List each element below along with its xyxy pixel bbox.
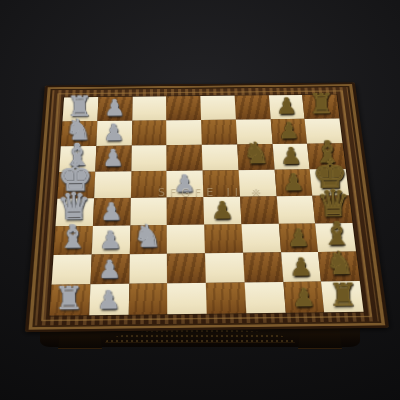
piece-white-knight-c3[interactable]: ♞ — [134, 221, 162, 253]
square-d7[interactable] — [276, 196, 315, 224]
square-c5[interactable] — [204, 224, 243, 253]
square-b7[interactable]: ♟ — [281, 252, 322, 282]
square-c7[interactable]: ♟ — [278, 223, 318, 252]
board-perspective-wrapper: ♜♟♟♜♞♟♟♝♟♞♟♝♚♟♟♚♛♟♟♛♝♟♞♟♝♟♟♞♜♟♟♜ — [0, 0, 400, 400]
square-e4[interactable]: ♟ — [167, 170, 204, 197]
square-f2[interactable]: ♟ — [95, 146, 131, 172]
square-g4[interactable] — [166, 120, 201, 145]
piece-white-pawn-a2[interactable]: ♟ — [97, 288, 120, 314]
square-a5[interactable] — [206, 282, 246, 313]
piece-black-pawn-c7[interactable]: ♟ — [288, 226, 310, 251]
square-b4[interactable] — [167, 253, 206, 283]
piece-black-knight-b8[interactable]: ♞ — [326, 248, 355, 280]
piece-black-rook-a8[interactable]: ♜ — [329, 279, 357, 311]
square-h4[interactable] — [166, 96, 201, 120]
square-a1[interactable]: ♜ — [50, 284, 91, 315]
square-f5[interactable] — [202, 144, 239, 170]
piece-white-pawn-b2[interactable]: ♟ — [98, 257, 121, 282]
scene-background: ♜♟♟♜♞♟♟♝♟♞♟♝♚♟♟♚♛♟♟♛♝♟♞♟♝♟♟♞♜♟♟♜ SFGFE I… — [0, 0, 400, 400]
square-e7[interactable]: ♟ — [274, 169, 312, 196]
piece-white-pawn-d2[interactable]: ♟ — [100, 200, 122, 224]
square-c6[interactable] — [241, 224, 280, 253]
square-b2[interactable]: ♟ — [90, 254, 129, 284]
piece-black-pawn-g7[interactable]: ♟ — [279, 120, 300, 143]
piece-white-bishop-c1[interactable]: ♝ — [58, 221, 87, 254]
piece-white-rook-a1[interactable]: ♜ — [55, 282, 84, 314]
board-frame: ♜♟♟♜♞♟♟♝♟♞♟♝♚♟♟♚♛♟♟♛♝♟♞♟♝♟♟♞♜♟♟♜ — [25, 82, 389, 332]
piece-black-pawn-f7[interactable]: ♟ — [281, 145, 302, 169]
piece-white-pawn-e4[interactable]: ♟ — [174, 172, 196, 196]
piece-white-pawn-c2[interactable]: ♟ — [99, 228, 121, 253]
square-b3[interactable] — [129, 254, 168, 284]
square-g2[interactable]: ♟ — [96, 121, 132, 146]
square-f6[interactable]: ♞ — [237, 144, 274, 170]
square-a6[interactable] — [244, 282, 285, 313]
square-e6[interactable] — [238, 170, 276, 197]
square-f3[interactable] — [131, 145, 167, 171]
piece-white-pawn-f2[interactable]: ♟ — [102, 147, 123, 171]
square-h5[interactable] — [200, 96, 235, 120]
square-a3[interactable] — [128, 283, 167, 314]
square-c2[interactable]: ♟ — [91, 226, 129, 255]
square-e2[interactable] — [94, 171, 131, 198]
square-g7[interactable]: ♟ — [270, 119, 307, 144]
square-c1[interactable]: ♝ — [54, 226, 93, 255]
square-h8[interactable]: ♜ — [302, 95, 339, 119]
square-d6[interactable] — [240, 196, 279, 224]
piece-white-pawn-h2[interactable]: ♟ — [104, 97, 124, 120]
square-c4[interactable] — [167, 225, 205, 254]
piece-black-knight-f6[interactable]: ♞ — [243, 139, 270, 169]
square-a2[interactable]: ♟ — [89, 284, 129, 315]
square-d4[interactable] — [167, 197, 204, 225]
square-d5[interactable]: ♟ — [203, 197, 241, 225]
square-e3[interactable] — [130, 171, 166, 198]
square-b5[interactable] — [205, 253, 244, 283]
piece-black-pawn-e7[interactable]: ♟ — [283, 171, 305, 195]
square-h6[interactable] — [234, 95, 270, 119]
square-g3[interactable] — [131, 120, 166, 145]
piece-white-pawn-g2[interactable]: ♟ — [103, 121, 124, 144]
square-b6[interactable] — [243, 252, 283, 282]
square-h7[interactable]: ♟ — [268, 95, 304, 119]
piece-black-rook-h8[interactable]: ♜ — [309, 90, 334, 118]
chess-box-top: ♜♟♟♜♞♟♟♝♟♞♟♝♚♟♟♚♛♟♟♛♝♟♞♟♝♟♟♞♜♟♟♜ — [25, 82, 389, 332]
square-a4[interactable] — [167, 283, 206, 314]
piece-black-pawn-b7[interactable]: ♟ — [290, 255, 313, 280]
square-a7[interactable]: ♟ — [283, 282, 325, 313]
square-c3[interactable]: ♞ — [129, 225, 167, 254]
square-f7[interactable]: ♟ — [272, 144, 310, 170]
square-h2[interactable]: ♟ — [97, 97, 132, 121]
square-d2[interactable]: ♟ — [93, 198, 131, 226]
chess-board-grid: ♜♟♟♜♞♟♟♝♟♞♟♝♚♟♟♚♛♟♟♛♝♟♞♟♝♟♟♞♜♟♟♜ — [50, 95, 364, 316]
piece-black-pawn-d5[interactable]: ♟ — [212, 199, 234, 223]
piece-black-pawn-a7[interactable]: ♟ — [293, 285, 316, 311]
square-h3[interactable] — [132, 96, 167, 120]
square-e5[interactable] — [203, 170, 240, 197]
square-g5[interactable] — [201, 120, 237, 145]
square-f4[interactable] — [167, 145, 203, 171]
square-a8[interactable]: ♜ — [321, 281, 363, 312]
piece-black-pawn-h7[interactable]: ♟ — [277, 95, 297, 118]
